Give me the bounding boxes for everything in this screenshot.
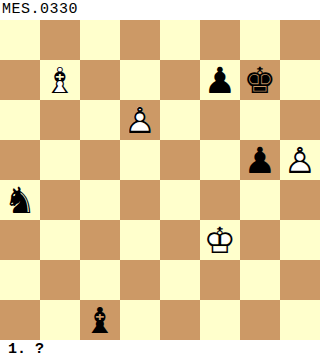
square-h1[interactable] xyxy=(280,300,320,340)
square-d6[interactable]: ♟♙ xyxy=(120,100,160,140)
square-b5[interactable] xyxy=(40,140,80,180)
square-f4[interactable] xyxy=(200,180,240,220)
square-b2[interactable] xyxy=(40,260,80,300)
square-g1[interactable] xyxy=(240,300,280,340)
piece-glyph-outline: ♔ xyxy=(200,221,240,261)
square-a8[interactable] xyxy=(0,20,40,60)
piece-glyph: ♞ xyxy=(0,181,40,221)
square-h6[interactable] xyxy=(280,100,320,140)
square-b4[interactable] xyxy=(40,180,80,220)
square-a1[interactable] xyxy=(0,300,40,340)
square-c2[interactable] xyxy=(80,260,120,300)
piece-black-knight[interactable]: ♞ xyxy=(0,180,40,220)
square-f2[interactable] xyxy=(200,260,240,300)
piece-black-king[interactable]: ♚ xyxy=(240,60,280,100)
square-c6[interactable] xyxy=(80,100,120,140)
square-h2[interactable] xyxy=(280,260,320,300)
square-f3[interactable]: ♚♔ xyxy=(200,220,240,260)
piece-black-bishop[interactable]: ♝ xyxy=(80,300,120,340)
square-g4[interactable] xyxy=(240,180,280,220)
square-a7[interactable] xyxy=(0,60,40,100)
square-e3[interactable] xyxy=(160,220,200,260)
square-c3[interactable] xyxy=(80,220,120,260)
square-f5[interactable] xyxy=(200,140,240,180)
square-c7[interactable] xyxy=(80,60,120,100)
square-c1[interactable]: ♝ xyxy=(80,300,120,340)
square-a3[interactable] xyxy=(0,220,40,260)
square-a2[interactable] xyxy=(0,260,40,300)
square-d8[interactable] xyxy=(120,20,160,60)
puzzle-id: MES.0330 xyxy=(2,1,78,19)
square-d4[interactable] xyxy=(120,180,160,220)
square-d2[interactable] xyxy=(120,260,160,300)
piece-glyph-outline: ♙ xyxy=(280,141,320,181)
square-h7[interactable] xyxy=(280,60,320,100)
square-c8[interactable] xyxy=(80,20,120,60)
piece-black-pawn[interactable]: ♟ xyxy=(200,60,240,100)
square-e5[interactable] xyxy=(160,140,200,180)
square-g5[interactable]: ♟ xyxy=(240,140,280,180)
piece-white-pawn[interactable]: ♟♙ xyxy=(120,100,160,140)
square-a5[interactable] xyxy=(0,140,40,180)
square-b8[interactable] xyxy=(40,20,80,60)
piece-white-king[interactable]: ♚♔ xyxy=(200,220,240,260)
square-e8[interactable] xyxy=(160,20,200,60)
square-b3[interactable] xyxy=(40,220,80,260)
square-f1[interactable] xyxy=(200,300,240,340)
square-h8[interactable] xyxy=(280,20,320,60)
square-a6[interactable] xyxy=(0,100,40,140)
square-h3[interactable] xyxy=(280,220,320,260)
square-e1[interactable] xyxy=(160,300,200,340)
square-b1[interactable] xyxy=(40,300,80,340)
square-e4[interactable] xyxy=(160,180,200,220)
square-d3[interactable] xyxy=(120,220,160,260)
square-f7[interactable]: ♟ xyxy=(200,60,240,100)
chess-board: ♝♗♟♚♟♙♟♟♙♞♚♔♝ xyxy=(0,20,320,340)
piece-white-pawn[interactable]: ♟♙ xyxy=(280,140,320,180)
square-a4[interactable]: ♞ xyxy=(0,180,40,220)
square-c4[interactable] xyxy=(80,180,120,220)
piece-glyph-outline: ♙ xyxy=(120,101,160,141)
square-d1[interactable] xyxy=(120,300,160,340)
square-h4[interactable] xyxy=(280,180,320,220)
square-d7[interactable] xyxy=(120,60,160,100)
square-g8[interactable] xyxy=(240,20,280,60)
square-g7[interactable]: ♚ xyxy=(240,60,280,100)
square-d5[interactable] xyxy=(120,140,160,180)
square-f6[interactable] xyxy=(200,100,240,140)
move-prompt: 1. ? xyxy=(8,341,44,359)
square-b7[interactable]: ♝♗ xyxy=(40,60,80,100)
square-g6[interactable] xyxy=(240,100,280,140)
square-h5[interactable]: ♟♙ xyxy=(280,140,320,180)
square-b6[interactable] xyxy=(40,100,80,140)
square-g3[interactable] xyxy=(240,220,280,260)
square-g2[interactable] xyxy=(240,260,280,300)
piece-glyph: ♚ xyxy=(240,61,280,101)
piece-glyph: ♟ xyxy=(240,141,280,181)
piece-glyph: ♟ xyxy=(200,61,240,101)
square-e7[interactable] xyxy=(160,60,200,100)
square-e2[interactable] xyxy=(160,260,200,300)
piece-glyph-outline: ♗ xyxy=(40,61,80,101)
piece-black-pawn[interactable]: ♟ xyxy=(240,140,280,180)
piece-white-bishop[interactable]: ♝♗ xyxy=(40,60,80,100)
square-e6[interactable] xyxy=(160,100,200,140)
square-f8[interactable] xyxy=(200,20,240,60)
square-c5[interactable] xyxy=(80,140,120,180)
piece-glyph: ♝ xyxy=(80,301,120,341)
